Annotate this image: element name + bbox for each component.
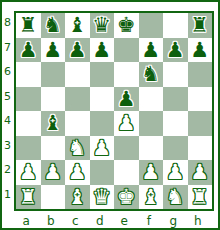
black-knight-b8: ♞ [41,13,66,38]
chess-board: ♜♞♝♛♚♜♟♟♟♟♟♟♟♞♟♝♟♞♟♟♟♟♟♟♟♜♝♛♚♝♞♜ [14,11,214,211]
square-h1[interactable]: ♜ [188,185,213,210]
file-label-f: f [137,214,162,230]
rank-label-2: 2 [2,158,13,183]
white-knight-c3: ♞ [65,136,90,161]
square-h8[interactable]: ♜ [188,13,213,38]
square-f2[interactable]: ♟ [139,160,164,185]
file-label-d: d [88,214,113,230]
square-g6[interactable] [163,62,188,87]
rank-label-4: 4 [2,109,13,134]
square-g3[interactable] [163,136,188,161]
square-d2[interactable] [90,160,115,185]
rank-label-3: 3 [2,134,13,159]
square-a3[interactable] [16,136,41,161]
white-pawn-g2: ♟ [163,160,188,185]
square-c8[interactable]: ♝ [65,13,90,38]
white-bishop-c1: ♝ [65,185,90,210]
chess-diagram: 87654321 ♜♞♝♛♚♜♟♟♟♟♟♟♟♞♟♝♟♞♟♟♟♟♟♟♟♜♝♛♚♝♞… [0,0,220,230]
file-labels: abcdefgh [14,214,214,230]
black-queen-d8: ♛ [90,13,115,38]
square-a1[interactable]: ♜ [16,185,41,210]
square-c5[interactable] [65,87,90,112]
black-pawn-d7: ♟ [90,38,115,63]
rank-label-7: 7 [2,36,13,61]
black-pawn-b7: ♟ [41,38,66,63]
square-d4[interactable] [90,111,115,136]
black-rook-a8: ♜ [16,13,41,38]
square-d5[interactable] [90,87,115,112]
black-rook-h8: ♜ [188,13,213,38]
square-e5[interactable]: ♟ [114,87,139,112]
square-b5[interactable] [41,87,66,112]
square-c6[interactable] [65,62,90,87]
square-f8[interactable] [139,13,164,38]
square-f4[interactable] [139,111,164,136]
square-f5[interactable] [139,87,164,112]
square-e1[interactable]: ♚ [114,185,139,210]
square-b4[interactable]: ♝ [41,111,66,136]
white-bishop-f1: ♝ [139,185,164,210]
rank-label-8: 8 [2,11,13,36]
file-label-a: a [14,214,39,230]
square-d7[interactable]: ♟ [90,38,115,63]
white-rook-a1: ♜ [16,185,41,210]
black-pawn-e5: ♟ [114,87,139,112]
white-queen-d1: ♛ [90,185,115,210]
rank-labels: 87654321 [2,11,14,211]
square-d8[interactable]: ♛ [90,13,115,38]
black-pawn-f7: ♟ [139,38,164,63]
square-d3[interactable]: ♟ [90,136,115,161]
white-pawn-h2: ♟ [188,160,213,185]
square-b1[interactable] [41,185,66,210]
black-bishop-b4: ♝ [41,111,66,136]
square-g5[interactable] [163,87,188,112]
square-b7[interactable]: ♟ [41,38,66,63]
square-g8[interactable] [163,13,188,38]
square-e3[interactable] [114,136,139,161]
file-label-b: b [39,214,64,230]
square-a8[interactable]: ♜ [16,13,41,38]
white-pawn-b2: ♟ [41,160,66,185]
square-b2[interactable]: ♟ [41,160,66,185]
square-e7[interactable] [114,38,139,63]
board-area: 87654321 ♜♞♝♛♚♜♟♟♟♟♟♟♟♞♟♝♟♞♟♟♟♟♟♟♟♜♝♛♚♝♞… [2,11,214,211]
black-pawn-c7: ♟ [65,38,90,63]
square-h6[interactable] [188,62,213,87]
rank-label-6: 6 [2,60,13,85]
square-g1[interactable]: ♞ [163,185,188,210]
square-b8[interactable]: ♞ [41,13,66,38]
white-pawn-e4: ♟ [114,111,139,136]
square-d6[interactable] [90,62,115,87]
square-d1[interactable]: ♛ [90,185,115,210]
white-pawn-c2: ♟ [65,160,90,185]
square-f1[interactable]: ♝ [139,185,164,210]
square-g4[interactable] [163,111,188,136]
square-f7[interactable]: ♟ [139,38,164,63]
square-h3[interactable] [188,136,213,161]
square-a4[interactable] [16,111,41,136]
square-g2[interactable]: ♟ [163,160,188,185]
file-label-e: e [112,214,137,230]
square-a6[interactable] [16,62,41,87]
square-e2[interactable] [114,160,139,185]
square-e4[interactable]: ♟ [114,111,139,136]
white-pawn-f2: ♟ [139,160,164,185]
square-c4[interactable] [65,111,90,136]
white-pawn-a2: ♟ [16,160,41,185]
black-knight-f6: ♞ [139,62,164,87]
file-label-h: h [186,214,211,230]
square-a5[interactable] [16,87,41,112]
white-knight-g1: ♞ [163,185,188,210]
white-king-e1: ♚ [114,185,139,210]
square-c2[interactable]: ♟ [65,160,90,185]
square-f6[interactable]: ♞ [139,62,164,87]
file-label-c: c [63,214,88,230]
black-pawn-a7: ♟ [16,38,41,63]
square-a2[interactable]: ♟ [16,160,41,185]
square-f3[interactable] [139,136,164,161]
square-e6[interactable] [114,62,139,87]
square-h4[interactable] [188,111,213,136]
square-b6[interactable] [41,62,66,87]
black-king-e8: ♚ [114,13,139,38]
square-c3[interactable]: ♞ [65,136,90,161]
square-c7[interactable]: ♟ [65,38,90,63]
square-c1[interactable]: ♝ [65,185,90,210]
square-h5[interactable] [188,87,213,112]
rank-label-5: 5 [2,85,13,110]
square-e8[interactable]: ♚ [114,13,139,38]
square-b3[interactable] [41,136,66,161]
rank-label-1: 1 [2,183,13,208]
white-rook-h1: ♜ [188,185,213,210]
black-bishop-c8: ♝ [65,13,90,38]
square-a7[interactable]: ♟ [16,38,41,63]
black-pawn-g7: ♟ [163,38,188,63]
file-label-g: g [161,214,186,230]
square-h2[interactable]: ♟ [188,160,213,185]
white-pawn-d3: ♟ [90,136,115,161]
black-pawn-h7: ♟ [188,38,213,63]
square-g7[interactable]: ♟ [163,38,188,63]
square-h7[interactable]: ♟ [188,38,213,63]
